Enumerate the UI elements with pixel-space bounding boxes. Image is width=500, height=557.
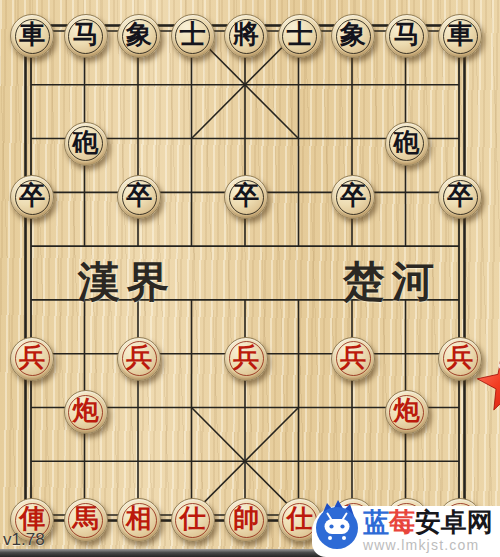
piece-glyph: 炮 — [73, 398, 99, 424]
piece-glyph: 仕 — [180, 506, 206, 532]
piece-black-elephant[interactable]: 象 — [117, 14, 161, 58]
piece-glyph: 相 — [126, 506, 152, 532]
piece-black-cannon[interactable]: 砲 — [64, 122, 108, 166]
piece-glyph: 兵 — [340, 345, 366, 371]
piece-glyph: 俥 — [19, 506, 45, 532]
piece-red-cannon[interactable]: 炮 — [385, 390, 429, 434]
piece-black-advisor[interactable]: 士 — [278, 14, 322, 58]
piece-glyph: 砲 — [394, 130, 420, 156]
piece-black-advisor[interactable]: 士 — [171, 14, 215, 58]
river-label-left: 漢界 — [78, 254, 176, 310]
piece-glyph: 仕 — [287, 506, 313, 532]
piece-glyph: 兵 — [447, 345, 473, 371]
piece-black-soldier[interactable]: 卒 — [224, 175, 268, 219]
piece-glyph: 兵 — [19, 345, 45, 371]
watermark-name-seg2: 莓 — [389, 507, 415, 537]
piece-glyph: 車 — [19, 22, 45, 48]
watermark-text: 蓝莓安卓网 www.lmkjst.com — [363, 508, 499, 553]
version-label: v1.78 — [3, 530, 45, 550]
piece-black-soldier[interactable]: 卒 — [117, 175, 161, 219]
piece-glyph: 卒 — [126, 183, 152, 209]
piece-red-general[interactable]: 帥 — [224, 498, 268, 542]
piece-red-soldier[interactable]: 兵 — [331, 337, 375, 381]
piece-black-soldier[interactable]: 卒 — [438, 175, 482, 219]
piece-black-horse[interactable]: 马 — [385, 14, 429, 58]
piece-glyph: 马 — [394, 22, 420, 48]
piece-glyph: 象 — [126, 22, 152, 48]
piece-red-elephant[interactable]: 相 — [117, 498, 161, 542]
piece-glyph: 士 — [180, 22, 206, 48]
piece-red-advisor[interactable]: 仕 — [171, 498, 215, 542]
watermark-url: www.lmkjst.com — [363, 537, 499, 553]
watermark-site-name: 蓝莓安卓网 — [363, 508, 499, 536]
piece-black-elephant[interactable]: 象 — [331, 14, 375, 58]
piece-glyph: 卒 — [340, 183, 366, 209]
piece-black-soldier[interactable]: 卒 — [331, 175, 375, 219]
piece-glyph: 士 — [287, 22, 313, 48]
piece-black-soldier[interactable]: 卒 — [10, 175, 54, 219]
river-label-right: 楚河 — [343, 254, 441, 310]
piece-red-cannon[interactable]: 炮 — [64, 390, 108, 434]
xiangqi-app: 漢界 楚河 車马象士將士象马車砲砲卒卒卒卒卒兵兵兵兵兵炮炮俥馬相仕帥仕相馬俥 v… — [0, 0, 500, 557]
piece-red-soldier[interactable]: 兵 — [224, 337, 268, 381]
piece-glyph: 車 — [447, 22, 473, 48]
piece-glyph: 兵 — [233, 345, 259, 371]
piece-glyph: 帥 — [233, 506, 259, 532]
watermark-name-seg3: 安卓网 — [415, 507, 493, 537]
piece-red-soldier[interactable]: 兵 — [10, 337, 54, 381]
piece-glyph: 砲 — [73, 130, 99, 156]
piece-black-chariot[interactable]: 車 — [10, 14, 54, 58]
watermark-logo-icon — [314, 497, 360, 553]
piece-glyph: 炮 — [394, 398, 420, 424]
piece-black-horse[interactable]: 马 — [64, 14, 108, 58]
piece-red-soldier[interactable]: 兵 — [438, 337, 482, 381]
piece-black-general[interactable]: 將 — [224, 14, 268, 58]
piece-glyph: 象 — [340, 22, 366, 48]
piece-glyph: 將 — [233, 22, 259, 48]
watermark-name-seg1: 蓝 — [363, 507, 389, 537]
piece-glyph: 卒 — [233, 183, 259, 209]
watermark-badge: 蓝莓安卓网 www.lmkjst.com — [312, 506, 500, 557]
piece-black-chariot[interactable]: 車 — [438, 14, 482, 58]
piece-red-soldier[interactable]: 兵 — [117, 337, 161, 381]
piece-glyph: 卒 — [447, 183, 473, 209]
piece-glyph: 马 — [73, 22, 99, 48]
piece-red-horse[interactable]: 馬 — [64, 498, 108, 542]
piece-black-cannon[interactable]: 砲 — [385, 122, 429, 166]
piece-glyph: 卒 — [19, 183, 45, 209]
piece-glyph: 馬 — [73, 506, 99, 532]
piece-glyph: 兵 — [126, 345, 152, 371]
